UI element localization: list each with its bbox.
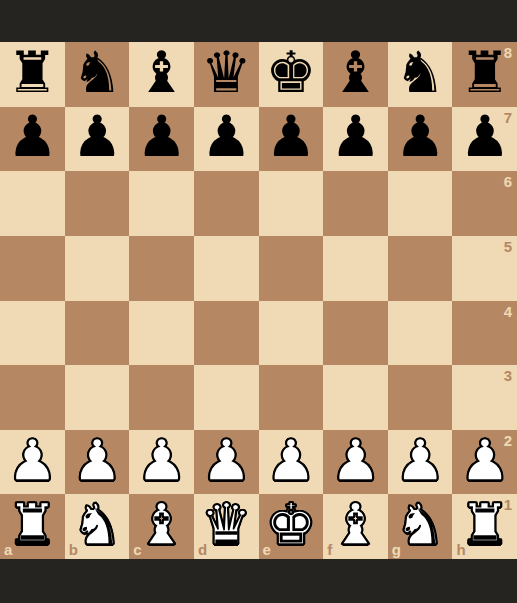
piece-white-pawn[interactable]: ♟ [71,432,122,489]
square-g6[interactable] [388,171,453,236]
square-h1[interactable]: ♜1h [452,494,517,559]
square-f5[interactable] [323,236,388,301]
square-g4[interactable] [388,301,453,366]
square-a6[interactable] [0,171,65,236]
square-b6[interactable] [65,171,130,236]
piece-white-pawn[interactable]: ♟ [459,432,510,489]
square-h7[interactable]: ♟7 [452,107,517,172]
page-background: ♜♞♝♛♚♝♞♜8♟♟♟♟♟♟♟♟76543♟♟♟♟♟♟♟♟2♜a♞b♝c♛d♚… [0,0,517,603]
chess-board: ♜♞♝♛♚♝♞♜8♟♟♟♟♟♟♟♟76543♟♟♟♟♟♟♟♟2♜a♞b♝c♛d♚… [0,42,517,559]
piece-black-knight[interactable]: ♞ [395,44,446,101]
piece-black-pawn[interactable]: ♟ [330,108,381,165]
piece-black-bishop[interactable]: ♝ [330,44,381,101]
rank-label-2: 2 [504,433,512,448]
piece-white-bishop[interactable]: ♝ [330,496,381,553]
square-a8[interactable]: ♜ [0,42,65,107]
square-g5[interactable] [388,236,453,301]
square-e4[interactable] [259,301,324,366]
piece-white-knight[interactable]: ♞ [71,496,122,553]
square-b2[interactable]: ♟ [65,430,130,495]
piece-black-rook[interactable]: ♜ [459,44,510,101]
square-f1[interactable]: ♝f [323,494,388,559]
square-d3[interactable] [194,365,259,430]
piece-white-rook[interactable]: ♜ [459,496,510,553]
square-a1[interactable]: ♜a [0,494,65,559]
square-h4[interactable]: 4 [452,301,517,366]
square-c4[interactable] [129,301,194,366]
piece-black-pawn[interactable]: ♟ [265,108,316,165]
piece-white-pawn[interactable]: ♟ [136,432,187,489]
square-f7[interactable]: ♟ [323,107,388,172]
file-label-e: e [263,542,271,557]
square-b3[interactable] [65,365,130,430]
square-a2[interactable]: ♟ [0,430,65,495]
square-c1[interactable]: ♝c [129,494,194,559]
square-c5[interactable] [129,236,194,301]
square-e6[interactable] [259,171,324,236]
square-f6[interactable] [323,171,388,236]
piece-black-pawn[interactable]: ♟ [459,108,510,165]
square-e2[interactable]: ♟ [259,430,324,495]
square-d8[interactable]: ♛ [194,42,259,107]
piece-black-pawn[interactable]: ♟ [395,108,446,165]
square-b1[interactable]: ♞b [65,494,130,559]
square-a7[interactable]: ♟ [0,107,65,172]
square-d7[interactable]: ♟ [194,107,259,172]
square-c6[interactable] [129,171,194,236]
rank-label-8: 8 [504,45,512,60]
piece-white-pawn[interactable]: ♟ [395,432,446,489]
rank-label-4: 4 [504,304,512,319]
square-h5[interactable]: 5 [452,236,517,301]
file-label-b: b [69,542,78,557]
piece-white-pawn[interactable]: ♟ [330,432,381,489]
square-g1[interactable]: ♞g [388,494,453,559]
square-g7[interactable]: ♟ [388,107,453,172]
file-label-d: d [198,542,207,557]
piece-black-pawn[interactable]: ♟ [71,108,122,165]
square-e3[interactable] [259,365,324,430]
piece-black-rook[interactable]: ♜ [7,44,58,101]
square-e8[interactable]: ♚ [259,42,324,107]
piece-black-pawn[interactable]: ♟ [201,108,252,165]
piece-white-knight[interactable]: ♞ [395,496,446,553]
piece-white-pawn[interactable]: ♟ [265,432,316,489]
square-g8[interactable]: ♞ [388,42,453,107]
square-f4[interactable] [323,301,388,366]
square-d4[interactable] [194,301,259,366]
file-label-h: h [456,542,465,557]
piece-white-king[interactable]: ♚ [265,496,316,553]
rank-label-7: 7 [504,110,512,125]
piece-black-pawn[interactable]: ♟ [136,108,187,165]
rank-label-3: 3 [504,368,512,383]
file-label-f: f [327,542,332,557]
square-a5[interactable] [0,236,65,301]
square-f8[interactable]: ♝ [323,42,388,107]
square-d1[interactable]: ♛d [194,494,259,559]
rank-label-5: 5 [504,239,512,254]
square-h3[interactable]: 3 [452,365,517,430]
square-c8[interactable]: ♝ [129,42,194,107]
square-d5[interactable] [194,236,259,301]
square-c3[interactable] [129,365,194,430]
square-c2[interactable]: ♟ [129,430,194,495]
square-c7[interactable]: ♟ [129,107,194,172]
square-b8[interactable]: ♞ [65,42,130,107]
file-label-g: g [392,542,401,557]
piece-black-bishop[interactable]: ♝ [136,44,187,101]
piece-white-bishop[interactable]: ♝ [136,496,187,553]
square-d6[interactable] [194,171,259,236]
square-a4[interactable] [0,301,65,366]
piece-white-pawn[interactable]: ♟ [7,432,58,489]
file-label-c: c [133,542,141,557]
piece-black-king[interactable]: ♚ [265,44,316,101]
piece-white-pawn[interactable]: ♟ [201,432,252,489]
square-b5[interactable] [65,236,130,301]
square-e7[interactable]: ♟ [259,107,324,172]
square-g2[interactable]: ♟ [388,430,453,495]
piece-black-queen[interactable]: ♛ [201,44,252,101]
square-g3[interactable] [388,365,453,430]
square-d2[interactable]: ♟ [194,430,259,495]
square-h2[interactable]: ♟2 [452,430,517,495]
square-e1[interactable]: ♚e [259,494,324,559]
square-f3[interactable] [323,365,388,430]
square-h6[interactable]: 6 [452,171,517,236]
square-b7[interactable]: ♟ [65,107,130,172]
piece-black-pawn[interactable]: ♟ [7,108,58,165]
square-f2[interactable]: ♟ [323,430,388,495]
rank-label-1: 1 [504,497,512,512]
square-a3[interactable] [0,365,65,430]
square-h8[interactable]: ♜8 [452,42,517,107]
piece-white-rook[interactable]: ♜ [7,496,58,553]
square-e5[interactable] [259,236,324,301]
rank-label-6: 6 [504,174,512,189]
file-label-a: a [4,542,12,557]
piece-white-queen[interactable]: ♛ [201,496,252,553]
piece-black-knight[interactable]: ♞ [71,44,122,101]
square-b4[interactable] [65,301,130,366]
